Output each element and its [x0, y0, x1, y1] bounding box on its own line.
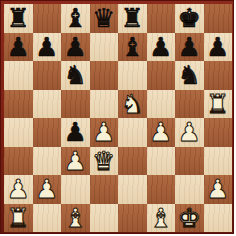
square-d8[interactable]: ♛: [90, 4, 119, 33]
square-a1[interactable]: ♜: [4, 204, 33, 233]
square-d2[interactable]: [90, 175, 119, 204]
piece-white-rook: ♜: [206, 90, 229, 119]
square-c7[interactable]: ♟: [61, 33, 90, 62]
square-b5[interactable]: [33, 90, 62, 119]
square-e4[interactable]: [118, 118, 147, 147]
square-d4[interactable]: ♟: [90, 118, 119, 147]
piece-white-queen: ♛: [92, 147, 115, 176]
square-b4[interactable]: [33, 118, 62, 147]
square-a8[interactable]: ♜: [4, 4, 33, 33]
square-d1[interactable]: [90, 204, 119, 233]
square-b3[interactable]: [33, 147, 62, 176]
square-g1[interactable]: ♚: [175, 204, 204, 233]
piece-white-king: ♚: [178, 204, 201, 233]
square-g8[interactable]: ♚: [175, 4, 204, 33]
square-h5[interactable]: ♜: [204, 90, 233, 119]
chess-board: ♜♝♛♜♚♟♟♟♝♟♟♟♞♞♞♜♟♟♟♟♟♛♟♟♟♜♝♝♚: [4, 4, 232, 232]
piece-white-pawn: ♟: [149, 118, 172, 147]
piece-black-rook: ♜: [7, 4, 30, 33]
piece-white-pawn: ♟: [35, 175, 58, 204]
square-d6[interactable]: [90, 61, 119, 90]
piece-white-pawn: ♟: [206, 175, 229, 204]
square-g4[interactable]: ♟: [175, 118, 204, 147]
square-f8[interactable]: [147, 4, 176, 33]
piece-white-pawn: ♟: [64, 147, 87, 176]
square-f5[interactable]: [147, 90, 176, 119]
square-h8[interactable]: [204, 4, 233, 33]
piece-black-pawn: ♟: [178, 33, 201, 62]
piece-black-pawn: ♟: [35, 33, 58, 62]
piece-white-bishop: ♝: [149, 204, 172, 233]
piece-black-bishop: ♝: [64, 4, 87, 33]
square-b1[interactable]: [33, 204, 62, 233]
square-c4[interactable]: ♟: [61, 118, 90, 147]
square-a5[interactable]: [4, 90, 33, 119]
piece-black-pawn: ♟: [64, 33, 87, 62]
square-f1[interactable]: ♝: [147, 204, 176, 233]
piece-white-rook: ♜: [7, 204, 30, 233]
piece-black-king: ♚: [178, 4, 201, 33]
square-h4[interactable]: [204, 118, 233, 147]
square-h2[interactable]: ♟: [204, 175, 233, 204]
piece-black-pawn: ♟: [149, 33, 172, 62]
square-c8[interactable]: ♝: [61, 4, 90, 33]
square-c2[interactable]: [61, 175, 90, 204]
square-e5[interactable]: ♞: [118, 90, 147, 119]
square-d3[interactable]: ♛: [90, 147, 119, 176]
piece-white-pawn: ♟: [7, 175, 30, 204]
square-e1[interactable]: [118, 204, 147, 233]
square-c3[interactable]: ♟: [61, 147, 90, 176]
square-h6[interactable]: [204, 61, 233, 90]
square-a7[interactable]: ♟: [4, 33, 33, 62]
square-f3[interactable]: [147, 147, 176, 176]
square-g7[interactable]: ♟: [175, 33, 204, 62]
square-e2[interactable]: [118, 175, 147, 204]
square-h3[interactable]: [204, 147, 233, 176]
square-a6[interactable]: [4, 61, 33, 90]
piece-white-pawn: ♟: [178, 118, 201, 147]
square-c1[interactable]: ♝: [61, 204, 90, 233]
square-c5[interactable]: [61, 90, 90, 119]
square-d7[interactable]: [90, 33, 119, 62]
piece-black-knight: ♞: [178, 61, 201, 90]
square-a3[interactable]: [4, 147, 33, 176]
square-b2[interactable]: ♟: [33, 175, 62, 204]
piece-black-queen: ♛: [92, 4, 115, 33]
piece-white-bishop: ♝: [64, 204, 87, 233]
square-c6[interactable]: ♞: [61, 61, 90, 90]
piece-white-pawn: ♟: [92, 118, 115, 147]
piece-black-pawn: ♟: [7, 33, 30, 62]
square-h7[interactable]: ♟: [204, 33, 233, 62]
piece-black-rook: ♜: [121, 4, 144, 33]
square-g5[interactable]: [175, 90, 204, 119]
piece-white-knight: ♞: [121, 90, 144, 119]
square-g6[interactable]: ♞: [175, 61, 204, 90]
square-h1[interactable]: [204, 204, 233, 233]
square-g3[interactable]: [175, 147, 204, 176]
square-b8[interactable]: [33, 4, 62, 33]
piece-black-knight: ♞: [64, 61, 87, 90]
square-e6[interactable]: [118, 61, 147, 90]
square-f2[interactable]: [147, 175, 176, 204]
square-f6[interactable]: [147, 61, 176, 90]
square-e3[interactable]: [118, 147, 147, 176]
square-b6[interactable]: [33, 61, 62, 90]
square-f4[interactable]: ♟: [147, 118, 176, 147]
square-e7[interactable]: ♝: [118, 33, 147, 62]
piece-black-bishop: ♝: [121, 33, 144, 62]
square-b7[interactable]: ♟: [33, 33, 62, 62]
square-f7[interactable]: ♟: [147, 33, 176, 62]
square-d5[interactable]: [90, 90, 119, 119]
square-e8[interactable]: ♜: [118, 4, 147, 33]
square-g2[interactable]: [175, 175, 204, 204]
square-a2[interactable]: ♟: [4, 175, 33, 204]
board-frame: ♜♝♛♜♚♟♟♟♝♟♟♟♞♞♞♜♟♟♟♟♟♛♟♟♟♜♝♝♚: [0, 0, 234, 234]
square-a4[interactable]: [4, 118, 33, 147]
piece-black-pawn: ♟: [64, 118, 87, 147]
piece-black-pawn: ♟: [206, 33, 229, 62]
